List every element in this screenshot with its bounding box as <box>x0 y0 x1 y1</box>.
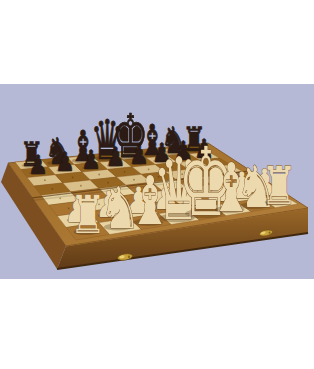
piece-white-rook-h1: ♜ <box>261 155 298 216</box>
chess-set-photo: ♜♞♝♛♚♝♞♜♟♟♟♟♟♟♟♟♟♟♟♟♟♟♟♟♜♞♝♛♚♝♞♜ <box>0 0 314 369</box>
chess-scene: ♜♞♝♛♚♝♞♜♟♟♟♟♟♟♟♟♟♟♟♟♟♟♟♟♜♞♝♛♚♝♞♜ <box>0 0 314 369</box>
grain-dot <box>51 188 53 190</box>
piece-dark-pawn-d7: ♟ <box>106 141 126 172</box>
piece-dark-pawn-a7: ♟ <box>28 149 48 180</box>
piece-dark-pawn-b7: ♟ <box>55 146 75 177</box>
piece-dark-pawn-c7: ♟ <box>81 144 101 175</box>
